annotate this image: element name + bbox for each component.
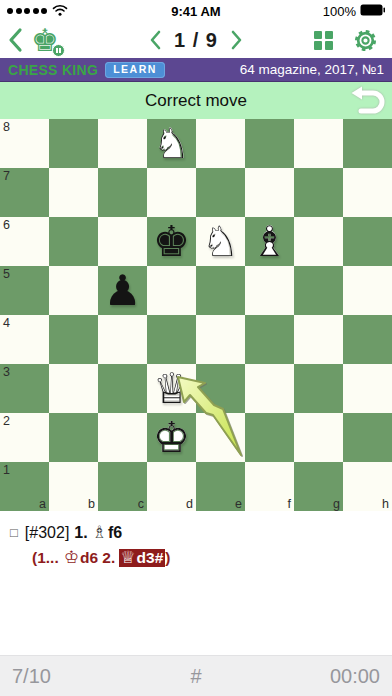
- variation-prefix: (1...: [32, 549, 59, 566]
- white-king-d2[interactable]: ♚♔: [147, 413, 196, 462]
- queen-figurine-icon: ♕: [120, 547, 135, 567]
- white-queen-d3[interactable]: ♛♕: [147, 364, 196, 413]
- square-e5[interactable]: [196, 266, 245, 315]
- variation-move-number: 2.: [102, 549, 115, 566]
- app-window: 9:41 AM 100% ♚ 1 / 9: [0, 0, 392, 696]
- undo-arrow-icon: [351, 86, 385, 116]
- square-f4[interactable]: [245, 315, 294, 364]
- square-a5[interactable]: 5: [0, 266, 49, 315]
- gear-icon: [353, 28, 378, 53]
- move-number: 1.: [74, 524, 87, 541]
- file-label: e: [235, 497, 242, 511]
- square-h8[interactable]: [343, 119, 392, 168]
- mainline-move: □[#302]1.♗f6: [10, 522, 382, 542]
- rank-label: 4: [3, 316, 10, 330]
- highlighted-mate-move[interactable]: ♕d3#: [119, 549, 165, 567]
- square-c7[interactable]: [98, 168, 147, 217]
- battery-percent: 100%: [323, 4, 356, 19]
- square-a8[interactable]: 8: [0, 119, 49, 168]
- file-label: c: [138, 497, 144, 511]
- rank-label: 2: [3, 414, 10, 428]
- back-button[interactable]: [8, 27, 23, 53]
- square-d2[interactable]: ♚♔: [147, 413, 196, 462]
- square-g6[interactable]: [294, 217, 343, 266]
- move-text[interactable]: f6: [108, 524, 122, 541]
- white-to-move-icon: □: [10, 525, 18, 540]
- square-g1[interactable]: g: [294, 462, 343, 511]
- square-h4[interactable]: [343, 315, 392, 364]
- puzzle-counter: 1 / 9: [174, 29, 218, 52]
- square-e8[interactable]: [196, 119, 245, 168]
- brand-bar: CHESS KING LEARN 64 magazine, 2017, №1: [0, 58, 392, 82]
- square-g4[interactable]: [294, 315, 343, 364]
- mate-move-text: d3#: [137, 549, 164, 566]
- square-d6[interactable]: ♚: [147, 217, 196, 266]
- square-a4[interactable]: 4: [0, 315, 49, 364]
- square-a2[interactable]: 2: [0, 413, 49, 462]
- square-h6[interactable]: [343, 217, 392, 266]
- file-label: a: [39, 497, 46, 511]
- square-c3[interactable]: [98, 364, 147, 413]
- battery-icon: [360, 4, 385, 19]
- square-d3[interactable]: ♛♕: [147, 364, 196, 413]
- file-label: d: [186, 497, 193, 511]
- black-pawn-c5[interactable]: ♟: [98, 266, 147, 315]
- rank-label: 7: [3, 169, 10, 183]
- square-g7[interactable]: [294, 168, 343, 217]
- square-c6[interactable]: [98, 217, 147, 266]
- white-knight-e6[interactable]: ♞♘: [196, 217, 245, 266]
- square-d4[interactable]: [147, 315, 196, 364]
- app-name: CHESS KING: [8, 62, 98, 78]
- square-c8[interactable]: [98, 119, 147, 168]
- square-f5[interactable]: [245, 266, 294, 315]
- square-a6[interactable]: 6: [0, 217, 49, 266]
- rank-label: 3: [3, 365, 10, 379]
- square-b5[interactable]: [49, 266, 98, 315]
- bishop-figurine-icon: ♗: [92, 522, 107, 542]
- square-f3[interactable]: [245, 364, 294, 413]
- square-h5[interactable]: [343, 266, 392, 315]
- square-h2[interactable]: [343, 413, 392, 462]
- board-area: 8♞♘76♚♞♘♝♗5♟43♛♕2♚♔1abcdefgh: [0, 119, 392, 511]
- square-b1[interactable]: b: [49, 462, 98, 511]
- square-b4[interactable]: [49, 315, 98, 364]
- rank-label: 8: [3, 120, 10, 134]
- square-a7[interactable]: 7: [0, 168, 49, 217]
- chess-king-logo-icon[interactable]: ♚: [27, 23, 63, 57]
- rank-label: 5: [3, 267, 10, 281]
- previous-puzzle-button[interactable]: [150, 30, 161, 50]
- grid-icon: [314, 31, 333, 50]
- square-d7[interactable]: [147, 168, 196, 217]
- variation-move1[interactable]: d6: [80, 549, 98, 566]
- square-f8[interactable]: [245, 119, 294, 168]
- rank-label: 6: [3, 218, 10, 232]
- file-label: g: [333, 497, 340, 511]
- square-e6[interactable]: ♞♘: [196, 217, 245, 266]
- square-g8[interactable]: [294, 119, 343, 168]
- status-bar: 9:41 AM 100%: [0, 0, 392, 22]
- square-f1[interactable]: f: [245, 462, 294, 511]
- white-knight-d8[interactable]: ♞♘: [147, 119, 196, 168]
- square-b6[interactable]: [49, 217, 98, 266]
- variation-line: (1...♔d6 2.♕d3#): [32, 547, 382, 567]
- square-f6[interactable]: ♝♗: [245, 217, 294, 266]
- square-f2[interactable]: [245, 413, 294, 462]
- variation-suffix: ): [165, 549, 170, 566]
- square-a1[interactable]: 1a: [0, 462, 49, 511]
- square-g5[interactable]: [294, 266, 343, 315]
- king-figurine-icon: ♔: [64, 547, 79, 567]
- square-g3[interactable]: [294, 364, 343, 413]
- file-label: h: [382, 497, 389, 511]
- square-e1[interactable]: e: [196, 462, 245, 511]
- settings-button[interactable]: [353, 28, 378, 53]
- feedback-message: Correct move: [145, 91, 247, 111]
- square-h7[interactable]: [343, 168, 392, 217]
- bottom-bar: 7/10 # 00:00: [0, 655, 392, 696]
- feedback-bar: Correct move: [0, 82, 392, 119]
- timer: 00:00: [330, 665, 380, 688]
- next-puzzle-button[interactable]: [231, 30, 242, 50]
- square-b8[interactable]: [49, 119, 98, 168]
- square-c2[interactable]: [98, 413, 147, 462]
- file-label: f: [288, 497, 291, 511]
- white-bishop-f6[interactable]: ♝♗: [245, 217, 294, 266]
- pause-badge-icon: [52, 44, 65, 57]
- file-label: b: [88, 497, 95, 511]
- puzzle-id: [#302]: [25, 524, 69, 541]
- square-d5[interactable]: [147, 266, 196, 315]
- square-e4[interactable]: [196, 315, 245, 364]
- square-b3[interactable]: [49, 364, 98, 413]
- square-d1[interactable]: d: [147, 462, 196, 511]
- puzzle-list-button[interactable]: [314, 31, 333, 50]
- square-b2[interactable]: [49, 413, 98, 462]
- square-c4[interactable]: [98, 315, 147, 364]
- course-title: 64 magazine, 2017, №1: [240, 62, 384, 77]
- learn-badge: LEARN: [105, 62, 165, 78]
- square-e2[interactable]: [196, 413, 245, 462]
- square-e7[interactable]: [196, 168, 245, 217]
- square-h3[interactable]: [343, 364, 392, 413]
- chess-board: 8♞♘76♚♞♘♝♗5♟43♛♕2♚♔1abcdefgh: [0, 119, 392, 511]
- square-g2[interactable]: [294, 413, 343, 462]
- square-c5[interactable]: ♟: [98, 266, 147, 315]
- nav-bar: ♚ 1 / 9: [0, 22, 392, 58]
- black-king-d6[interactable]: ♚: [147, 217, 196, 266]
- rank-label: 1: [3, 463, 10, 477]
- square-a3[interactable]: 3: [0, 364, 49, 413]
- square-d8[interactable]: ♞♘: [147, 119, 196, 168]
- square-f7[interactable]: [245, 168, 294, 217]
- square-c1[interactable]: c: [98, 462, 147, 511]
- undo-move-button[interactable]: [351, 86, 385, 116]
- notation-panel: □[#302]1.♗f6 (1...♔d6 2.♕d3#): [0, 511, 392, 655]
- square-h1[interactable]: h: [343, 462, 392, 511]
- square-b7[interactable]: [49, 168, 98, 217]
- square-e3[interactable]: [196, 364, 245, 413]
